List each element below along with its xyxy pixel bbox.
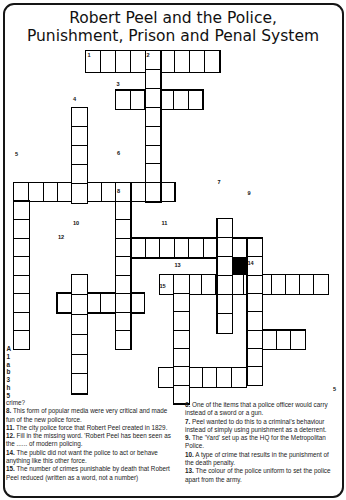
crossword-cell[interactable] <box>115 201 131 221</box>
crossword-cell[interactable] <box>71 354 88 375</box>
crossword-cell[interactable] <box>247 311 263 331</box>
clue-number: 3 <box>117 81 120 87</box>
crossword-cell[interactable] <box>217 237 233 257</box>
crossword-cell[interactable] <box>202 367 218 388</box>
crossword-cell[interactable] <box>159 182 175 202</box>
clue-number: 9 <box>248 190 251 196</box>
crossword-cell[interactable] <box>71 314 88 335</box>
crossword-cell[interactable] <box>100 293 116 314</box>
clue-item: 8. This form of popular media were very … <box>6 407 177 424</box>
crossword-cell[interactable] <box>145 107 161 127</box>
crossword-cell[interactable] <box>217 275 233 295</box>
crossword-cell[interactable] <box>201 274 216 295</box>
crossword-cell[interactable] <box>13 275 29 295</box>
clue-item: 10. A type of crime that results in the … <box>185 451 338 468</box>
crossword-cell[interactable] <box>130 50 146 73</box>
clue-number: 14 <box>248 260 254 266</box>
clue-item: 15. The number of crimes punishable by d… <box>6 465 177 482</box>
crossword-cell[interactable] <box>71 373 88 394</box>
crossword-cell[interactable] <box>13 182 29 202</box>
crossword-cell[interactable] <box>247 293 263 313</box>
crossword-cell[interactable] <box>13 219 29 239</box>
crossword-cell[interactable] <box>145 145 161 165</box>
crossword-cell[interactable] <box>173 90 189 110</box>
crossword-cell[interactable] <box>173 274 189 294</box>
clue-number: 1 <box>88 52 91 58</box>
crossword-cell[interactable] <box>86 293 102 314</box>
crossword-cell[interactable] <box>217 313 233 333</box>
clue-item: 7. Peel wanted to do this to a criminal'… <box>185 418 338 435</box>
edge-letter-stack: A 1 a b 3 h 5 <box>7 345 12 400</box>
crossword-cell[interactable] <box>188 90 204 110</box>
crossword-cell[interactable] <box>13 312 29 332</box>
clue-number: 5 <box>333 386 336 392</box>
crossword-cell[interactable] <box>174 238 190 259</box>
crossword-cell[interactable] <box>115 275 131 295</box>
crossword-cell[interactable] <box>313 274 328 295</box>
crossword-cell[interactable] <box>247 238 263 258</box>
clue-item: 13. The colour of the police uniform to … <box>185 467 338 484</box>
crossword-cell[interactable] <box>285 274 300 295</box>
crossword-cell[interactable] <box>173 330 189 350</box>
crossword-cell[interactable] <box>232 238 248 259</box>
crossword-cell[interactable] <box>57 293 73 314</box>
crossword-cell[interactable] <box>115 219 131 239</box>
crossword-cell[interactable] <box>276 330 292 350</box>
crossword-cell[interactable] <box>115 238 131 258</box>
crossword-cell[interactable] <box>173 293 189 313</box>
crossword-cell[interactable] <box>43 182 59 202</box>
clue-item: 9. The 'Yard' set up as the HQ for the M… <box>185 434 338 451</box>
crossword-cell[interactable] <box>247 330 263 350</box>
clue-number: 8 <box>117 188 120 194</box>
clue-number: 7 <box>218 179 221 185</box>
blocked-cell <box>232 257 248 275</box>
clue-number: 6 <box>117 150 120 156</box>
crossword-cell[interactable] <box>145 88 161 108</box>
crossword-cell[interactable] <box>261 330 277 350</box>
clue-item: 14. The public did not want the police t… <box>6 449 177 466</box>
crossword-cell[interactable] <box>247 348 263 368</box>
crossword-cell[interactable] <box>71 145 87 165</box>
crossword-cell[interactable] <box>145 69 161 89</box>
clue-number: 2 <box>147 52 150 58</box>
crossword-cell[interactable] <box>71 294 88 315</box>
crossword-cell[interactable] <box>71 274 88 295</box>
crossword-cell[interactable] <box>173 311 189 331</box>
crossword-cell[interactable] <box>13 238 29 258</box>
clue-lead-fragment: crime? <box>6 399 177 407</box>
crossword-cell[interactable] <box>115 256 131 276</box>
crossword-cell[interactable] <box>247 275 263 295</box>
crossword-cell[interactable] <box>71 183 87 203</box>
crossword-cell[interactable] <box>71 107 87 127</box>
clue-number: 13 <box>175 262 181 268</box>
crossword-cell[interactable] <box>188 238 204 259</box>
clue-item: 6. One of the items that a police office… <box>185 401 338 418</box>
clue-number: 15 <box>160 283 166 289</box>
crossword-cell[interactable] <box>13 293 29 313</box>
crossword-cell[interactable] <box>13 330 29 350</box>
crossword-cell[interactable] <box>145 182 161 202</box>
crossword-cell[interactable] <box>100 50 116 73</box>
crossword-cell[interactable] <box>173 366 189 386</box>
clue-list-left: crime?8. This form of popular media were… <box>6 399 177 482</box>
clue-list-right: 6. One of the items that a police office… <box>185 401 338 484</box>
crossword-cell[interactable] <box>130 90 146 110</box>
crossword-cell[interactable] <box>13 256 29 276</box>
crossword-cell[interactable] <box>187 367 203 388</box>
crossword-cell[interactable] <box>71 334 88 355</box>
crossword-cell[interactable] <box>189 50 205 73</box>
clue-number: 12 <box>58 234 64 240</box>
crossword-cell[interactable] <box>271 274 286 295</box>
crossword-cell[interactable] <box>130 238 146 259</box>
clue-number: 4 <box>73 96 76 102</box>
crossword-cell[interactable] <box>115 330 131 350</box>
crossword-cell[interactable] <box>145 238 161 259</box>
crossword-cell[interactable] <box>130 182 146 202</box>
crossword-cell[interactable] <box>71 164 87 184</box>
crossword-cell[interactable] <box>174 50 190 73</box>
crossword-cell[interactable] <box>217 256 233 276</box>
crossword-cell[interactable] <box>115 293 131 313</box>
crossword-cell[interactable] <box>28 182 44 202</box>
crossword-cell[interactable] <box>217 218 233 238</box>
crossword-cell[interactable] <box>173 348 189 368</box>
crossword-cell[interactable] <box>71 126 87 146</box>
crossword-cell[interactable] <box>86 182 102 202</box>
crossword-cell[interactable] <box>217 294 233 314</box>
crossword-cell[interactable] <box>145 126 161 146</box>
crossword-cell[interactable] <box>160 50 176 73</box>
crossword-cell[interactable] <box>115 312 131 332</box>
clue-number: 5 <box>15 151 18 157</box>
crossword-cell[interactable] <box>115 50 131 73</box>
clue-number: 11 <box>162 220 168 226</box>
crossword-cell[interactable] <box>158 367 174 388</box>
crossword-cell[interactable] <box>290 330 306 350</box>
crossword-cell[interactable] <box>216 367 232 388</box>
crossword-cell[interactable] <box>299 274 314 295</box>
crossword-cell[interactable] <box>129 293 145 314</box>
clue-item: 12. Fill in the missing word. 'Robert Pe… <box>6 432 177 449</box>
crossword-cell[interactable] <box>115 90 131 110</box>
crossword-cell[interactable] <box>204 50 220 73</box>
clue-item: 11. The city police force that Robert Pe… <box>6 424 177 432</box>
crossword-cell[interactable] <box>13 201 29 221</box>
crossword-cell[interactable] <box>145 163 161 183</box>
clue-number: 10 <box>73 220 79 226</box>
crossword-cell[interactable] <box>231 367 247 388</box>
crossword-cell[interactable] <box>159 238 175 259</box>
crossword-cell[interactable] <box>247 366 263 386</box>
